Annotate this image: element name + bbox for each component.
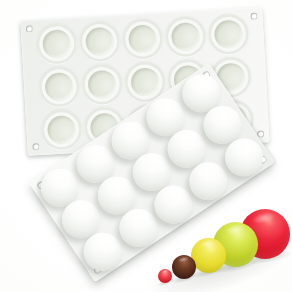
cavity xyxy=(77,18,123,63)
cavity xyxy=(120,16,166,61)
mold-corner-hole xyxy=(32,143,39,150)
dessert-ball-mini-red xyxy=(158,269,172,283)
cavity xyxy=(38,107,84,152)
cavity xyxy=(206,11,252,56)
mold-corner-hole xyxy=(250,13,257,20)
product-photo xyxy=(0,0,292,292)
cavity xyxy=(79,61,125,106)
cavity xyxy=(34,21,80,66)
cavity xyxy=(163,13,209,58)
mold-corner-hole xyxy=(26,25,33,32)
dessert-ball-chocolate xyxy=(172,255,196,279)
cavity xyxy=(36,64,82,109)
dessert-ball-yellow xyxy=(191,238,226,273)
